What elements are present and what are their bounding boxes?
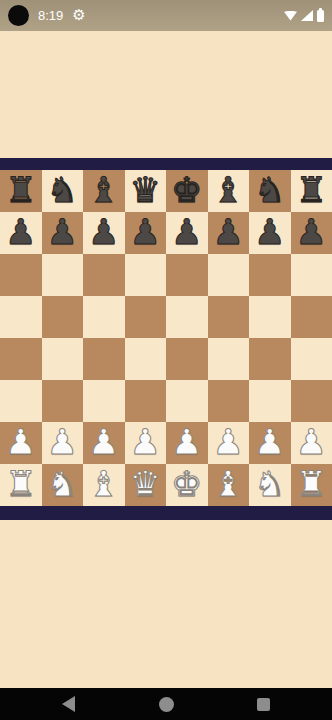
square-f8[interactable]: ♝ bbox=[208, 170, 250, 212]
black-bishop: ♝ bbox=[213, 169, 244, 211]
square-d5[interactable] bbox=[125, 296, 167, 338]
square-e6[interactable] bbox=[166, 254, 208, 296]
gear-icon: ⚙ bbox=[72, 8, 85, 23]
chess-board[interactable]: ♜♞♝♛♚♝♞♜♟♟♟♟♟♟♟♟♟♟♟♟♟♟♟♟♜♞♝♛♚♝♞♜ bbox=[0, 170, 332, 506]
back-icon[interactable] bbox=[62, 696, 75, 712]
screen: 8:19 ⚙ ♜♞♝♛♚♝♞♜♟♟♟♟♟♟♟♟♟♟♟♟♟♟♟♟♜♞♝♛♚♝♞♜ bbox=[0, 0, 332, 720]
square-g8[interactable]: ♞ bbox=[249, 170, 291, 212]
black-bishop: ♝ bbox=[88, 169, 119, 211]
white-rook: ♜ bbox=[5, 463, 36, 505]
square-f7[interactable]: ♟ bbox=[208, 212, 250, 254]
black-pawn: ♟ bbox=[171, 211, 202, 253]
white-bishop: ♝ bbox=[213, 463, 244, 505]
status-bar-clock: 8:19 bbox=[38, 8, 63, 23]
square-e3[interactable] bbox=[166, 380, 208, 422]
battery-icon bbox=[317, 10, 324, 22]
square-f3[interactable] bbox=[208, 380, 250, 422]
square-h5[interactable] bbox=[291, 296, 332, 338]
square-b4[interactable] bbox=[42, 338, 84, 380]
square-d8[interactable]: ♛ bbox=[125, 170, 167, 212]
square-f1[interactable]: ♝ bbox=[208, 464, 250, 506]
square-h3[interactable] bbox=[291, 380, 332, 422]
square-e8[interactable]: ♚ bbox=[166, 170, 208, 212]
black-pawn: ♟ bbox=[296, 211, 327, 253]
square-h2[interactable]: ♟ bbox=[291, 422, 332, 464]
square-g3[interactable] bbox=[249, 380, 291, 422]
status-bar-left: 8:19 ⚙ bbox=[8, 5, 86, 26]
square-a7[interactable]: ♟ bbox=[0, 212, 42, 254]
white-rook: ♜ bbox=[296, 463, 327, 505]
square-g1[interactable]: ♞ bbox=[249, 464, 291, 506]
square-c1[interactable]: ♝ bbox=[83, 464, 125, 506]
square-c5[interactable] bbox=[83, 296, 125, 338]
square-d1[interactable]: ♛ bbox=[125, 464, 167, 506]
square-b2[interactable]: ♟ bbox=[42, 422, 84, 464]
square-d6[interactable] bbox=[125, 254, 167, 296]
square-g7[interactable]: ♟ bbox=[249, 212, 291, 254]
square-e2[interactable]: ♟ bbox=[166, 422, 208, 464]
white-pawn: ♟ bbox=[88, 421, 119, 463]
white-pawn: ♟ bbox=[254, 421, 285, 463]
square-a6[interactable] bbox=[0, 254, 42, 296]
square-e1[interactable]: ♚ bbox=[166, 464, 208, 506]
black-pawn: ♟ bbox=[213, 211, 244, 253]
wifi-icon bbox=[284, 11, 297, 21]
square-a3[interactable] bbox=[0, 380, 42, 422]
square-a2[interactable]: ♟ bbox=[0, 422, 42, 464]
square-g4[interactable] bbox=[249, 338, 291, 380]
square-e7[interactable]: ♟ bbox=[166, 212, 208, 254]
square-a5[interactable] bbox=[0, 296, 42, 338]
black-queen: ♛ bbox=[130, 169, 161, 211]
square-b8[interactable]: ♞ bbox=[42, 170, 84, 212]
black-king: ♚ bbox=[171, 169, 202, 211]
square-d7[interactable]: ♟ bbox=[125, 212, 167, 254]
white-pawn: ♟ bbox=[5, 421, 36, 463]
square-h1[interactable]: ♜ bbox=[291, 464, 332, 506]
black-pawn: ♟ bbox=[254, 211, 285, 253]
square-c4[interactable] bbox=[83, 338, 125, 380]
square-b5[interactable] bbox=[42, 296, 84, 338]
square-a8[interactable]: ♜ bbox=[0, 170, 42, 212]
square-g2[interactable]: ♟ bbox=[249, 422, 291, 464]
chess-board-frame: ♜♞♝♛♚♝♞♜♟♟♟♟♟♟♟♟♟♟♟♟♟♟♟♟♜♞♝♛♚♝♞♜ bbox=[0, 158, 332, 520]
square-g5[interactable] bbox=[249, 296, 291, 338]
navigation-bar bbox=[0, 688, 332, 720]
square-f6[interactable] bbox=[208, 254, 250, 296]
square-a4[interactable] bbox=[0, 338, 42, 380]
status-bar-right bbox=[284, 10, 324, 22]
square-c3[interactable] bbox=[83, 380, 125, 422]
black-knight: ♞ bbox=[254, 169, 285, 211]
white-pawn: ♟ bbox=[47, 421, 78, 463]
white-knight: ♞ bbox=[254, 463, 285, 505]
square-c8[interactable]: ♝ bbox=[83, 170, 125, 212]
white-queen: ♛ bbox=[130, 463, 161, 505]
black-knight: ♞ bbox=[47, 169, 78, 211]
square-h8[interactable]: ♜ bbox=[291, 170, 332, 212]
white-pawn: ♟ bbox=[296, 421, 327, 463]
top-background-area bbox=[0, 31, 332, 158]
bottom-background-area bbox=[0, 520, 332, 688]
white-bishop: ♝ bbox=[88, 463, 119, 505]
square-d2[interactable]: ♟ bbox=[125, 422, 167, 464]
square-f4[interactable] bbox=[208, 338, 250, 380]
square-b7[interactable]: ♟ bbox=[42, 212, 84, 254]
square-a1[interactable]: ♜ bbox=[0, 464, 42, 506]
square-c6[interactable] bbox=[83, 254, 125, 296]
square-e5[interactable] bbox=[166, 296, 208, 338]
square-d4[interactable] bbox=[125, 338, 167, 380]
square-c2[interactable]: ♟ bbox=[83, 422, 125, 464]
black-pawn: ♟ bbox=[47, 211, 78, 253]
white-king: ♚ bbox=[171, 463, 202, 505]
square-g6[interactable] bbox=[249, 254, 291, 296]
square-c7[interactable]: ♟ bbox=[83, 212, 125, 254]
recents-icon[interactable] bbox=[257, 698, 270, 711]
square-h4[interactable] bbox=[291, 338, 332, 380]
home-icon[interactable] bbox=[159, 697, 174, 712]
status-bar: 8:19 ⚙ bbox=[0, 0, 332, 31]
square-f5[interactable] bbox=[208, 296, 250, 338]
square-b6[interactable] bbox=[42, 254, 84, 296]
black-rook: ♜ bbox=[5, 169, 36, 211]
square-h6[interactable] bbox=[291, 254, 332, 296]
black-pawn: ♟ bbox=[5, 211, 36, 253]
square-b3[interactable] bbox=[42, 380, 84, 422]
notification-dot-icon bbox=[8, 5, 29, 26]
black-pawn: ♟ bbox=[130, 211, 161, 253]
white-pawn: ♟ bbox=[130, 421, 161, 463]
square-d3[interactable] bbox=[125, 380, 167, 422]
cellular-signal-icon bbox=[301, 10, 313, 21]
white-pawn: ♟ bbox=[171, 421, 202, 463]
square-f2[interactable]: ♟ bbox=[208, 422, 250, 464]
square-e4[interactable] bbox=[166, 338, 208, 380]
white-knight: ♞ bbox=[47, 463, 78, 505]
white-pawn: ♟ bbox=[213, 421, 244, 463]
square-h7[interactable]: ♟ bbox=[291, 212, 332, 254]
black-rook: ♜ bbox=[296, 169, 327, 211]
black-pawn: ♟ bbox=[88, 211, 119, 253]
square-b1[interactable]: ♞ bbox=[42, 464, 84, 506]
